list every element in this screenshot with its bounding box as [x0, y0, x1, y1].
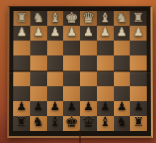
square-b3[interactable] [113, 41, 130, 56]
square-b7[interactable]: ♟ [113, 101, 130, 116]
piece-black-pawn[interactable]: ♟ [63, 102, 80, 113]
piece-white-knight[interactable]: ♞ [113, 11, 130, 24]
square-d5[interactable] [80, 71, 97, 86]
square-b5[interactable] [113, 71, 130, 86]
square-c3[interactable] [97, 41, 114, 56]
square-e1[interactable]: ♚ [63, 11, 80, 26]
square-g2[interactable]: ♟ [30, 26, 47, 41]
square-c8[interactable]: ♝ [97, 116, 114, 131]
square-g5[interactable] [30, 71, 47, 86]
square-b4[interactable] [113, 56, 130, 71]
piece-white-rook[interactable]: ♜ [13, 11, 30, 23]
piece-black-knight[interactable]: ♞ [30, 116, 47, 129]
square-h2[interactable]: ♟ [13, 26, 30, 41]
piece-black-knight[interactable]: ♞ [113, 116, 130, 129]
piece-black-rook[interactable]: ♜ [130, 116, 147, 128]
square-a8[interactable]: ♜ [130, 116, 147, 131]
square-e6[interactable] [63, 86, 80, 101]
square-f1[interactable]: ♝ [47, 11, 64, 26]
square-b2[interactable]: ♟ [113, 26, 130, 41]
piece-white-king[interactable]: ♚ [63, 10, 80, 24]
square-f8[interactable]: ♝ [47, 116, 64, 131]
square-h6[interactable] [13, 86, 30, 101]
square-a6[interactable] [130, 86, 147, 101]
piece-white-knight[interactable]: ♞ [30, 11, 47, 24]
square-d8[interactable]: ♛ [80, 116, 97, 131]
square-f7[interactable]: ♟ [47, 101, 64, 116]
square-e2[interactable]: ♟ [63, 26, 80, 41]
square-a5[interactable] [130, 71, 147, 86]
square-e8[interactable]: ♚ [63, 116, 80, 131]
piece-black-pawn[interactable]: ♟ [113, 102, 130, 113]
piece-white-pawn[interactable]: ♟ [97, 27, 114, 38]
square-a2[interactable]: ♟ [130, 26, 147, 41]
square-c6[interactable] [97, 86, 114, 101]
piece-black-bishop[interactable]: ♝ [47, 116, 64, 129]
piece-black-rook[interactable]: ♜ [13, 116, 30, 128]
board-grid: ♜♞♝♚♛♝♞♜♟♟♟♟♟♟♟♟♟♟♟♟♟♟♟♟♜♞♝♚♛♝♞♜ [13, 11, 147, 131]
square-a4[interactable] [130, 56, 147, 71]
square-f5[interactable] [47, 71, 64, 86]
piece-white-pawn[interactable]: ♟ [13, 27, 30, 38]
square-c2[interactable]: ♟ [97, 26, 114, 41]
square-e3[interactable] [63, 41, 80, 56]
square-c4[interactable] [97, 56, 114, 71]
photo-canvas: ♜♞♝♚♛♝♞♜♟♟♟♟♟♟♟♟♟♟♟♟♟♟♟♟♜♞♝♚♛♝♞♜ [0, 0, 156, 143]
clasp-seam [79, 130, 81, 143]
square-c1[interactable]: ♝ [97, 11, 114, 26]
square-c5[interactable] [97, 71, 114, 86]
piece-white-pawn[interactable]: ♟ [63, 27, 80, 38]
square-h8[interactable]: ♜ [13, 116, 30, 131]
square-b6[interactable] [113, 86, 130, 101]
piece-white-pawn[interactable]: ♟ [30, 27, 47, 38]
piece-black-bishop[interactable]: ♝ [97, 116, 114, 129]
square-c7[interactable]: ♟ [97, 101, 114, 116]
piece-black-king[interactable]: ♚ [63, 115, 80, 129]
piece-white-pawn[interactable]: ♟ [80, 27, 97, 38]
piece-black-pawn[interactable]: ♟ [47, 102, 64, 113]
piece-white-pawn[interactable]: ♟ [130, 27, 147, 38]
square-f6[interactable] [47, 86, 64, 101]
square-a1[interactable]: ♜ [130, 11, 147, 26]
piece-white-bishop[interactable]: ♝ [47, 11, 64, 24]
square-d2[interactable]: ♟ [80, 26, 97, 41]
piece-black-pawn[interactable]: ♟ [130, 102, 147, 113]
piece-black-pawn[interactable]: ♟ [30, 102, 47, 113]
piece-white-queen[interactable]: ♛ [80, 10, 97, 24]
square-e5[interactable] [63, 71, 80, 86]
square-d3[interactable] [80, 41, 97, 56]
square-e4[interactable] [63, 56, 80, 71]
square-h5[interactable] [13, 71, 30, 86]
square-g6[interactable] [30, 86, 47, 101]
square-g3[interactable] [30, 41, 47, 56]
piece-black-pawn[interactable]: ♟ [80, 102, 97, 113]
square-h4[interactable] [13, 56, 30, 71]
piece-white-pawn[interactable]: ♟ [113, 27, 130, 38]
square-g4[interactable] [30, 56, 47, 71]
piece-white-pawn[interactable]: ♟ [47, 27, 64, 38]
chess-board: ♜♞♝♚♛♝♞♜♟♟♟♟♟♟♟♟♟♟♟♟♟♟♟♟♜♞♝♚♛♝♞♜ [7, 6, 153, 138]
piece-black-queen[interactable]: ♛ [80, 115, 97, 129]
square-h3[interactable] [13, 41, 30, 56]
piece-white-rook[interactable]: ♜ [130, 11, 147, 23]
square-a3[interactable] [130, 41, 147, 56]
square-b1[interactable]: ♞ [113, 11, 130, 26]
square-g1[interactable]: ♞ [30, 11, 47, 26]
square-h1[interactable]: ♜ [13, 11, 30, 26]
square-f3[interactable] [47, 41, 64, 56]
square-f4[interactable] [47, 56, 64, 71]
piece-black-pawn[interactable]: ♟ [97, 102, 114, 113]
square-g7[interactable]: ♟ [30, 101, 47, 116]
square-f2[interactable]: ♟ [47, 26, 64, 41]
square-g8[interactable]: ♞ [30, 116, 47, 131]
square-d1[interactable]: ♛ [80, 11, 97, 26]
piece-white-bishop[interactable]: ♝ [97, 11, 114, 24]
square-d4[interactable] [80, 56, 97, 71]
square-b8[interactable]: ♞ [113, 116, 130, 131]
square-d6[interactable] [80, 86, 97, 101]
piece-black-pawn[interactable]: ♟ [13, 102, 30, 113]
